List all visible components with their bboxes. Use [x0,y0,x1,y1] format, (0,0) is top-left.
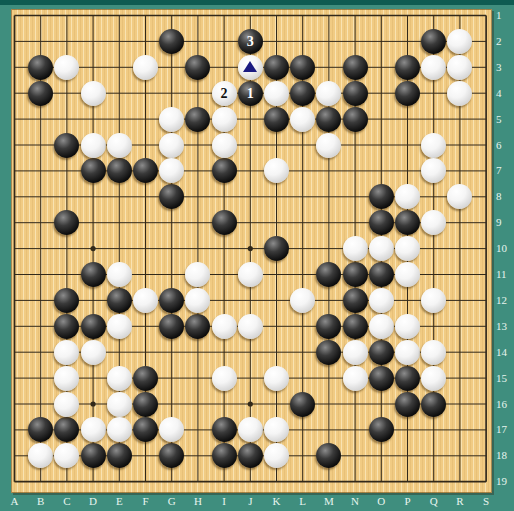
black-stone-D13 [81,314,106,339]
white-stone-O12 [369,288,394,313]
black-stone-F16 [133,392,158,417]
column-label-A: A [5,495,25,507]
black-stone-M14 [316,340,341,365]
black-stone-Q2 [421,29,446,54]
star-point [248,246,253,251]
white-stone-M4 [316,81,341,106]
white-stone-R4 [447,81,472,106]
black-stone-L4 [290,81,315,106]
white-stone-P14 [395,340,420,365]
star-point [91,401,96,406]
black-stone-J4: 1 [238,81,263,106]
row-label-3: 3 [496,61,502,74]
white-stone-E11 [107,262,132,287]
column-label-M: M [319,495,339,507]
white-stone-F12 [133,288,158,313]
white-stone-I13 [212,314,237,339]
row-label-15: 15 [496,372,507,385]
white-stone-L5 [290,107,315,132]
column-label-E: E [109,495,129,507]
black-stone-L3 [290,55,315,80]
black-stone-C6 [54,133,79,158]
white-stone-I5 [212,107,237,132]
column-label-P: P [398,495,418,507]
go-game-screen: 312 ABCDEFGHIJKLMNOPQRS12345678910111213… [0,0,514,511]
row-label-12: 12 [496,294,507,307]
black-stone-J18 [238,443,263,468]
white-stone-Q12 [421,288,446,313]
white-stone-D4 [81,81,106,106]
black-stone-O14 [369,340,394,365]
column-label-N: N [345,495,365,507]
star-point [91,246,96,251]
column-label-L: L [293,495,313,507]
move-number-label-3: 3 [238,29,263,54]
black-stone-I17 [212,417,237,442]
white-stone-D14 [81,340,106,365]
white-stone-Q3 [421,55,446,80]
column-label-R: R [450,495,470,507]
white-stone-P10 [395,236,420,261]
row-label-16: 16 [496,398,507,411]
column-label-H: H [188,495,208,507]
white-stone-M6 [316,133,341,158]
row-label-8: 8 [496,190,502,203]
white-stone-I4: 2 [212,81,237,106]
black-stone-P16 [395,392,420,417]
black-stone-O15 [369,366,394,391]
black-stone-J2: 3 [238,29,263,54]
white-stone-P13 [395,314,420,339]
black-stone-F15 [133,366,158,391]
white-stone-E16 [107,392,132,417]
white-stone-P11 [395,262,420,287]
black-stone-I7 [212,158,237,183]
white-stone-O10 [369,236,394,261]
black-stone-G12 [159,288,184,313]
black-stone-P4 [395,81,420,106]
column-label-I: I [214,495,234,507]
black-stone-N4 [343,81,368,106]
white-stone-E13 [107,314,132,339]
row-label-7: 7 [496,164,502,177]
white-stone-D17 [81,417,106,442]
black-stone-K5 [264,107,289,132]
move-number-label-2: 2 [212,81,237,106]
window-top-strip [0,0,514,5]
white-stone-Q6 [421,133,446,158]
row-label-2: 2 [496,35,502,48]
white-stone-C16 [54,392,79,417]
white-stone-I6 [212,133,237,158]
row-label-4: 4 [496,87,502,100]
row-label-6: 6 [496,139,502,152]
black-stone-N5 [343,107,368,132]
white-stone-I15 [212,366,237,391]
star-point [248,401,253,406]
triangle-marker [243,61,257,72]
white-stone-L12 [290,288,315,313]
row-label-5: 5 [496,113,502,126]
column-label-J: J [240,495,260,507]
black-stone-D7 [81,158,106,183]
white-stone-J11 [238,262,263,287]
white-stone-Q15 [421,366,446,391]
black-stone-N12 [343,288,368,313]
white-stone-O13 [369,314,394,339]
black-stone-K10 [264,236,289,261]
go-board[interactable]: 312 [11,9,492,493]
black-stone-O9 [369,210,394,235]
white-stone-E15 [107,366,132,391]
black-stone-O11 [369,262,394,287]
white-stone-N10 [343,236,368,261]
white-stone-C15 [54,366,79,391]
column-label-O: O [371,495,391,507]
black-stone-N11 [343,262,368,287]
row-label-9: 9 [496,216,502,229]
black-stone-M5 [316,107,341,132]
column-label-C: C [57,495,77,507]
row-label-14: 14 [496,346,507,359]
white-stone-Q14 [421,340,446,365]
black-stone-E18 [107,443,132,468]
row-label-18: 18 [496,449,507,462]
column-label-D: D [83,495,103,507]
black-stone-B4 [28,81,53,106]
row-label-19: 19 [496,475,507,488]
white-stone-E6 [107,133,132,158]
white-stone-N15 [343,366,368,391]
black-stone-D11 [81,262,106,287]
column-label-F: F [136,495,156,507]
black-stone-P3 [395,55,420,80]
black-stone-P15 [395,366,420,391]
column-label-S: S [476,495,496,507]
black-stone-I9 [212,210,237,235]
white-stone-K4 [264,81,289,106]
black-stone-N13 [343,314,368,339]
white-stone-K15 [264,366,289,391]
white-stone-C14 [54,340,79,365]
column-label-G: G [162,495,182,507]
column-label-Q: Q [424,495,444,507]
black-stone-N3 [343,55,368,80]
white-stone-F3 [133,55,158,80]
white-stone-D6 [81,133,106,158]
black-stone-D18 [81,443,106,468]
black-stone-B3 [28,55,53,80]
black-stone-I18 [212,443,237,468]
white-stone-G6 [159,133,184,158]
move-number-label-1: 1 [238,81,263,106]
white-stone-N14 [343,340,368,365]
black-stone-H5 [185,107,210,132]
column-label-K: K [267,495,287,507]
row-label-10: 10 [496,242,507,255]
black-stone-G2 [159,29,184,54]
black-stone-O8 [369,184,394,209]
row-label-11: 11 [496,268,507,281]
row-label-1: 1 [496,9,502,22]
black-stone-G13 [159,314,184,339]
row-label-13: 13 [496,320,507,333]
black-stone-L16 [290,392,315,417]
black-stone-E12 [107,288,132,313]
black-stone-Q16 [421,392,446,417]
column-label-B: B [31,495,51,507]
black-stone-K3 [264,55,289,80]
white-stone-J13 [238,314,263,339]
white-stone-G5 [159,107,184,132]
white-stone-J3 [238,55,263,80]
row-label-17: 17 [496,423,507,436]
